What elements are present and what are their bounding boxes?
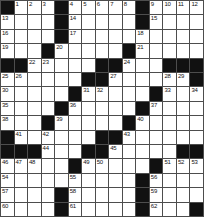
clue-number: 30 [2, 87, 8, 93]
grid-cell[interactable] [136, 145, 149, 158]
clue-number: 40 [137, 116, 143, 122]
clue-number: 29 [178, 73, 184, 79]
clue-number: 59 [151, 188, 157, 194]
grid-cell[interactable] [150, 116, 163, 129]
grid-cell[interactable]: 30 [1, 87, 14, 100]
grid-cell[interactable] [96, 203, 109, 216]
grid-cell[interactable]: 33 [163, 87, 176, 100]
clue-number: 44 [43, 145, 49, 151]
clue-number: 48 [29, 159, 35, 165]
grid-cell[interactable]: 39 [55, 116, 68, 129]
grid-cell[interactable] [69, 59, 82, 72]
grid-cell[interactable] [55, 59, 68, 72]
grid-cell[interactable] [55, 87, 68, 100]
grid-cell[interactable]: 6 [96, 1, 109, 14]
grid-cell[interactable]: 23 [42, 59, 55, 72]
clue-number: 62 [151, 203, 157, 209]
grid-cell[interactable]: 17 [69, 30, 82, 43]
grid-cell[interactable] [82, 131, 95, 144]
grid-cell[interactable] [136, 73, 149, 86]
grid-cell[interactable] [69, 73, 82, 86]
grid-cell[interactable] [42, 30, 55, 43]
clue-number: 42 [43, 131, 49, 137]
grid-cell[interactable]: 28 [163, 73, 176, 86]
grid-cell[interactable] [123, 203, 136, 216]
clue-number: 25 [2, 73, 8, 79]
grid-cell[interactable]: 52 [177, 159, 190, 172]
grid-cell[interactable]: 10 [163, 1, 176, 14]
grid-cell[interactable] [55, 174, 68, 187]
clue-number: 50 [97, 159, 103, 165]
clue-number: 24 [124, 59, 130, 65]
clue-number: 14 [70, 15, 76, 21]
black-square [42, 44, 55, 57]
clue-number: 31 [83, 87, 89, 93]
grid-cell[interactable]: 48 [28, 159, 41, 172]
grid-cell[interactable] [150, 30, 163, 43]
black-square [136, 174, 149, 187]
grid-cell[interactable]: 8 [123, 1, 136, 14]
clue-number: 45 [110, 145, 116, 151]
grid-cell[interactable]: 2 [28, 1, 41, 14]
clue-number: 21 [137, 44, 143, 50]
grid-cell[interactable] [163, 116, 176, 129]
grid-cell[interactable] [136, 159, 149, 172]
black-square [136, 15, 149, 28]
grid-cell[interactable] [177, 131, 190, 144]
black-square [136, 203, 149, 216]
grid-cell[interactable] [15, 102, 28, 115]
grid-cell[interactable] [109, 203, 122, 216]
grid-cell[interactable] [177, 44, 190, 57]
grid-cell[interactable]: 61 [69, 203, 82, 216]
grid-cell[interactable] [96, 44, 109, 57]
grid-cell[interactable]: 14 [69, 15, 82, 28]
grid-cell[interactable] [96, 15, 109, 28]
grid-cell[interactable] [82, 174, 95, 187]
black-square [28, 145, 41, 158]
grid-cell[interactable]: 41 [15, 131, 28, 144]
grid-cell[interactable]: 44 [42, 145, 55, 158]
grid-cell[interactable] [96, 30, 109, 43]
grid-cell[interactable]: 53 [190, 159, 203, 172]
clue-number: 13 [2, 15, 8, 21]
grid-cell[interactable] [136, 131, 149, 144]
grid-cell[interactable] [177, 188, 190, 201]
clue-number: 43 [124, 131, 130, 137]
grid-cell[interactable] [28, 73, 41, 86]
grid-cell[interactable] [150, 44, 163, 57]
grid-cell[interactable] [55, 145, 68, 158]
grid-cell[interactable] [177, 174, 190, 187]
black-square [82, 73, 95, 86]
grid-cell[interactable] [163, 145, 176, 158]
clue-number: 54 [2, 174, 8, 180]
grid-cell[interactable] [109, 44, 122, 57]
grid-cell[interactable]: 15 [150, 15, 163, 28]
clue-number: 33 [164, 87, 170, 93]
clue-number: 60 [2, 203, 8, 209]
black-square [55, 102, 68, 115]
grid-cell[interactable]: 27 [109, 73, 122, 86]
clue-number: 23 [43, 59, 49, 65]
clue-number: 52 [178, 159, 184, 165]
grid-cell[interactable] [123, 15, 136, 28]
grid-cell[interactable] [42, 73, 55, 86]
black-square [82, 145, 95, 158]
grid-cell[interactable] [109, 116, 122, 129]
grid-cell[interactable] [123, 102, 136, 115]
black-square [1, 1, 14, 14]
grid-cell[interactable]: 36 [69, 102, 82, 115]
grid-cell[interactable] [28, 44, 41, 57]
black-square [123, 44, 136, 57]
clue-number: 47 [16, 159, 22, 165]
grid-cell[interactable] [163, 174, 176, 187]
grid-cell[interactable] [28, 15, 41, 28]
grid-cell[interactable]: 54 [1, 174, 14, 187]
clue-number: 28 [164, 73, 170, 79]
grid-cell[interactable]: 11 [177, 1, 190, 14]
grid-cell[interactable] [15, 203, 28, 216]
clue-number: 46 [2, 159, 8, 165]
clue-number: 17 [70, 30, 76, 36]
black-square [190, 203, 203, 216]
grid-cell[interactable] [190, 15, 203, 28]
grid-cell[interactable] [15, 44, 28, 57]
grid-cell[interactable] [28, 116, 41, 129]
grid-cell[interactable] [96, 116, 109, 129]
clue-number: 10 [164, 1, 170, 7]
grid-cell[interactable] [177, 15, 190, 28]
grid-cell[interactable]: 13 [1, 15, 14, 28]
black-square [69, 87, 82, 100]
grid-cell[interactable]: 50 [96, 159, 109, 172]
grid-cell[interactable] [28, 87, 41, 100]
grid-cell[interactable] [55, 73, 68, 86]
black-square [55, 30, 68, 43]
grid-cell[interactable] [190, 30, 203, 43]
black-square [96, 59, 109, 72]
black-square [190, 145, 203, 158]
grid-cell[interactable] [109, 30, 122, 43]
grid-cell[interactable]: 42 [42, 131, 55, 144]
clue-number: 38 [2, 116, 8, 122]
grid-cell[interactable] [15, 87, 28, 100]
clue-number: 22 [29, 59, 35, 65]
clue-number: 12 [191, 1, 197, 7]
clue-number: 36 [70, 102, 76, 108]
grid-cell[interactable] [82, 102, 95, 115]
grid-cell[interactable]: 9 [150, 1, 163, 14]
grid-cell[interactable] [96, 102, 109, 115]
grid-cell[interactable] [15, 15, 28, 28]
clue-number: 18 [137, 30, 143, 36]
grid-cell[interactable]: 3 [42, 1, 55, 14]
black-square [69, 159, 82, 172]
grid-cell[interactable]: 16 [1, 30, 14, 43]
grid-cell[interactable]: 60 [1, 203, 14, 216]
grid-cell[interactable] [55, 159, 68, 172]
grid-cell[interactable] [69, 44, 82, 57]
grid-cell[interactable] [28, 188, 41, 201]
black-square [136, 188, 149, 201]
clue-number: 56 [151, 174, 157, 180]
grid-cell[interactable] [150, 59, 163, 72]
grid-cell[interactable] [82, 203, 95, 216]
grid-cell[interactable] [163, 15, 176, 28]
grid-cell[interactable] [28, 131, 41, 144]
grid-cell[interactable] [177, 102, 190, 115]
grid-cell[interactable]: 20 [55, 44, 68, 57]
grid-cell[interactable] [123, 87, 136, 100]
grid-cell[interactable] [163, 102, 176, 115]
grid-cell[interactable] [150, 73, 163, 86]
grid-cell[interactable] [28, 30, 41, 43]
black-square [42, 116, 55, 129]
black-square [190, 59, 203, 72]
grid-cell[interactable] [163, 30, 176, 43]
grid-cell[interactable] [69, 131, 82, 144]
black-square [163, 59, 176, 72]
clue-number: 39 [56, 116, 62, 122]
grid-cell[interactable]: 40 [136, 116, 149, 129]
clue-number: 8 [124, 1, 127, 7]
grid-cell[interactable] [150, 131, 163, 144]
grid-cell[interactable]: 47 [15, 159, 28, 172]
grid-cell[interactable]: 21 [136, 44, 149, 57]
clue-number: 35 [2, 102, 8, 108]
clue-number: 34 [191, 87, 197, 93]
grid-cell[interactable] [136, 59, 149, 72]
black-square [55, 188, 68, 201]
clue-number: 5 [83, 1, 86, 7]
clue-number: 19 [2, 44, 8, 50]
grid-cell[interactable]: 55 [69, 174, 82, 187]
grid-cell[interactable]: 18 [136, 30, 149, 43]
grid-cell[interactable] [109, 87, 122, 100]
clue-number: 11 [178, 1, 184, 7]
grid-cell[interactable] [42, 102, 55, 115]
grid-cell[interactable]: 56 [150, 174, 163, 187]
grid-cell[interactable] [123, 145, 136, 158]
grid-cell[interactable]: 45 [109, 145, 122, 158]
grid-cell[interactable] [42, 159, 55, 172]
grid-cell[interactable] [190, 102, 203, 115]
grid-cell[interactable] [82, 59, 95, 72]
grid-cell[interactable] [177, 87, 190, 100]
grid-cell[interactable] [123, 30, 136, 43]
black-square [55, 203, 68, 216]
grid-cell[interactable] [42, 188, 55, 201]
black-square [109, 131, 122, 144]
black-square [136, 1, 149, 14]
black-square [15, 59, 28, 72]
black-square [123, 116, 136, 129]
clue-number: 26 [16, 73, 22, 79]
grid-cell[interactable]: 62 [150, 203, 163, 216]
black-square [1, 131, 14, 144]
grid-cell[interactable] [82, 116, 95, 129]
black-square [109, 59, 122, 72]
grid-cell[interactable] [82, 44, 95, 57]
clue-number: 7 [110, 1, 113, 7]
clue-number: 2 [29, 1, 32, 7]
clue-number: 61 [70, 203, 76, 209]
black-square [55, 1, 68, 14]
grid-cell[interactable] [109, 174, 122, 187]
grid-cell[interactable] [177, 203, 190, 216]
grid-cell[interactable] [15, 188, 28, 201]
grid-cell[interactable] [42, 15, 55, 28]
grid-cell[interactable] [136, 87, 149, 100]
grid-cell[interactable] [190, 174, 203, 187]
grid-cell[interactable] [190, 131, 203, 144]
grid-cell[interactable]: 22 [28, 59, 41, 72]
crossword-puzzle: 1234567891011121314151617181920212223242… [0, 0, 204, 217]
grid-cell[interactable]: 43 [123, 131, 136, 144]
clue-number: 37 [151, 102, 157, 108]
black-square [150, 87, 163, 100]
grid-cell[interactable]: 12 [190, 1, 203, 14]
black-square [177, 59, 190, 72]
grid-cell[interactable]: 29 [177, 73, 190, 86]
clue-number: 3 [43, 1, 46, 7]
black-square [190, 73, 203, 86]
clue-number: 32 [97, 87, 103, 93]
grid-cell[interactable]: 37 [150, 102, 163, 115]
grid-cell[interactable] [28, 203, 41, 216]
grid-cell[interactable] [96, 188, 109, 201]
clue-number: 1 [16, 1, 19, 7]
grid-cell[interactable]: 51 [163, 159, 176, 172]
grid-cell[interactable]: 46 [1, 159, 14, 172]
grid-cell[interactable]: 59 [150, 188, 163, 201]
clue-number: 20 [56, 44, 62, 50]
grid-cell[interactable] [109, 188, 122, 201]
grid-cell[interactable] [15, 174, 28, 187]
grid-cell[interactable] [190, 116, 203, 129]
grid-cell[interactable] [69, 116, 82, 129]
grid-cell[interactable] [82, 188, 95, 201]
grid-cell[interactable]: 19 [1, 44, 14, 57]
grid-cell[interactable]: 7 [109, 1, 122, 14]
clue-number: 16 [2, 30, 8, 36]
black-square [96, 131, 109, 144]
grid-cell[interactable] [163, 131, 176, 144]
grid-cell[interactable]: 34 [190, 87, 203, 100]
grid-cell[interactable] [163, 188, 176, 201]
grid-cell[interactable]: 25 [1, 73, 14, 86]
clue-number: 15 [151, 15, 157, 21]
grid-cell[interactable]: 58 [69, 188, 82, 201]
grid-cell[interactable]: 26 [15, 73, 28, 86]
grid-cell[interactable] [123, 73, 136, 86]
black-square [136, 102, 149, 115]
black-square [1, 145, 14, 158]
grid-cell[interactable] [150, 145, 163, 158]
grid-cell[interactable] [109, 159, 122, 172]
grid-cell[interactable] [163, 44, 176, 57]
clue-number: 51 [164, 159, 170, 165]
grid-cell[interactable] [69, 145, 82, 158]
grid-cell[interactable] [190, 44, 203, 57]
grid-cell[interactable]: 24 [123, 59, 136, 72]
clue-number: 55 [70, 174, 76, 180]
grid-cell[interactable] [123, 174, 136, 187]
grid-cell[interactable]: 38 [1, 116, 14, 129]
grid-cell[interactable] [109, 15, 122, 28]
clue-number: 4 [70, 1, 73, 7]
grid-cell[interactable] [123, 188, 136, 201]
black-square [96, 73, 109, 86]
grid-cell[interactable]: 31 [82, 87, 95, 100]
grid-cell[interactable] [82, 15, 95, 28]
grid-cell[interactable] [28, 102, 41, 115]
clue-number: 41 [16, 131, 22, 137]
crossword-grid: 1234567891011121314151617181920212223242… [0, 0, 204, 217]
clue-number: 6 [97, 1, 100, 7]
grid-cell[interactable] [190, 188, 203, 201]
clue-number: 49 [83, 159, 89, 165]
black-square [177, 145, 190, 158]
grid-cell[interactable]: 5 [82, 1, 95, 14]
grid-cell[interactable]: 32 [96, 87, 109, 100]
grid-cell[interactable] [163, 203, 176, 216]
grid-cell[interactable] [123, 159, 136, 172]
grid-cell[interactable]: 57 [1, 188, 14, 201]
grid-cell[interactable]: 35 [1, 102, 14, 115]
clue-number: 27 [110, 73, 116, 79]
clue-number: 57 [2, 188, 8, 194]
grid-cell[interactable] [177, 116, 190, 129]
grid-cell[interactable] [42, 203, 55, 216]
clue-number: 58 [70, 188, 76, 194]
black-square [55, 15, 68, 28]
grid-cell[interactable] [15, 30, 28, 43]
grid-cell[interactable]: 49 [82, 159, 95, 172]
grid-cell[interactable] [109, 102, 122, 115]
grid-cell[interactable] [42, 87, 55, 100]
grid-cell[interactable] [177, 30, 190, 43]
grid-cell[interactable]: 4 [69, 1, 82, 14]
clue-number: 53 [191, 159, 197, 165]
grid-cell[interactable] [96, 174, 109, 187]
grid-cell[interactable] [42, 174, 55, 187]
black-square [15, 145, 28, 158]
grid-cell[interactable]: 1 [15, 1, 28, 14]
black-square [96, 145, 109, 158]
grid-cell[interactable] [82, 30, 95, 43]
clue-number: 9 [151, 1, 154, 7]
grid-cell[interactable] [28, 174, 41, 187]
grid-cell[interactable] [55, 131, 68, 144]
grid-cell[interactable] [15, 116, 28, 129]
black-square [150, 159, 163, 172]
black-square [1, 59, 14, 72]
